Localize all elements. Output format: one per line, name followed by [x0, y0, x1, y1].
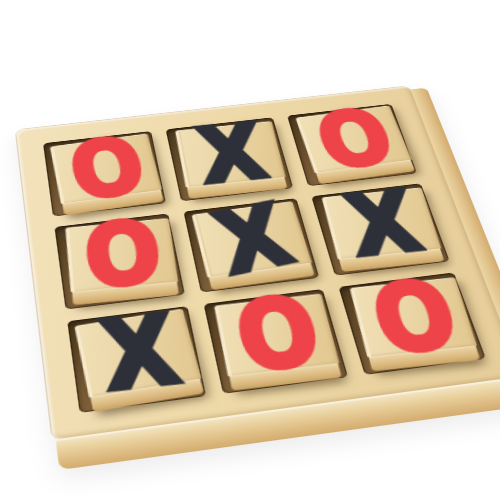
board-grid: OXOOXXXOO	[43, 104, 486, 413]
tile-o[interactable]: O	[214, 293, 344, 391]
piece-o-glyph: O	[64, 126, 152, 211]
piece-o-glyph: O	[230, 284, 329, 386]
tile-face: O	[50, 133, 163, 204]
tile-face: O	[349, 277, 477, 357]
cell-r0c1: X	[166, 117, 293, 201]
product-photo: OXOOXXXOO	[0, 0, 500, 500]
cell-r1c0: O	[54, 214, 185, 310]
tile-x[interactable]: X	[74, 308, 205, 412]
piece-x-glyph: X	[95, 302, 184, 404]
piece-x-glyph: X	[193, 114, 273, 195]
tile-face: X	[321, 188, 441, 260]
tile-x[interactable]: X	[175, 121, 289, 199]
piece-o-glyph: O	[307, 99, 403, 180]
tile-o[interactable]: O	[65, 218, 180, 306]
cell-r2c1: O	[204, 289, 348, 394]
tile-x[interactable]: X	[321, 188, 445, 273]
tile-face: X	[192, 201, 313, 277]
tile-face: X	[74, 308, 202, 397]
piece-x-glyph: X	[207, 192, 301, 287]
tile-face: X	[175, 121, 286, 187]
board-perspective-wrapper: OXOOXXXOO	[16, 86, 500, 440]
piece-o-glyph: O	[364, 268, 467, 367]
tile-face: O	[214, 293, 340, 376]
tile-o[interactable]: O	[349, 277, 481, 372]
piece-x-glyph: X	[338, 180, 428, 268]
cell-r2c0: X	[67, 306, 206, 413]
tile-face: O	[65, 218, 178, 292]
cell-r2c2: O	[338, 272, 486, 375]
tile-face: O	[295, 105, 412, 173]
tic-tac-toe-board: OXOOXXXOO	[16, 86, 500, 440]
piece-o-glyph: O	[81, 210, 166, 302]
